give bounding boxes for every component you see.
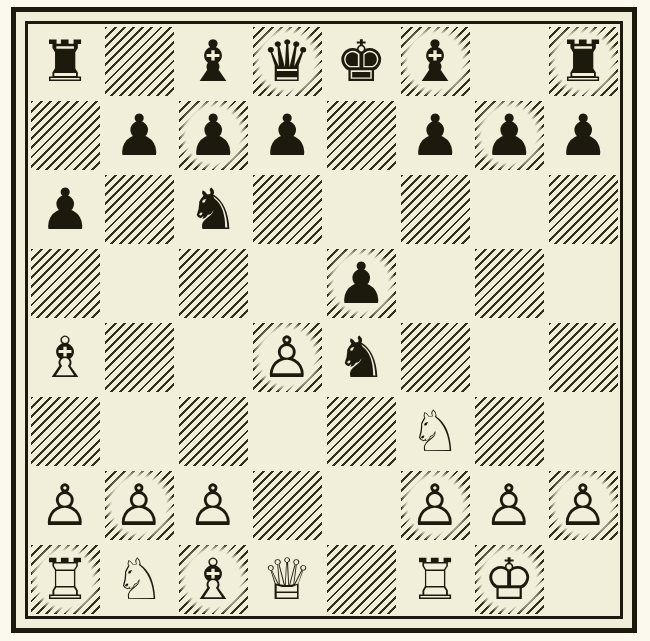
square-c4[interactable] [176,320,250,394]
square-d8[interactable]: ♛ [250,24,324,98]
piece-black-pawn[interactable]: ♟ [328,249,394,317]
square-f2[interactable]: ♙ [398,468,472,542]
square-d7[interactable]: ♟ [250,98,324,172]
piece-black-pawn[interactable]: ♟ [402,101,468,169]
square-e4[interactable]: ♞ [324,320,398,394]
square-a5[interactable] [28,246,102,320]
piece-white-queen[interactable]: ♕ [254,545,320,613]
square-c8[interactable]: ♝ [176,24,250,98]
square-f8[interactable]: ♝ [398,24,472,98]
piece-black-pawn[interactable]: ♟ [254,101,320,169]
square-f7[interactable]: ♟ [398,98,472,172]
piece-white-pawn[interactable]: ♙ [32,471,98,539]
piece-black-bishop[interactable]: ♝ [402,27,468,95]
piece-white-pawn[interactable]: ♙ [106,471,172,539]
square-g8[interactable] [472,24,546,98]
piece-white-bishop[interactable]: ♗ [32,323,98,391]
square-b5[interactable] [102,246,176,320]
square-a7[interactable] [28,98,102,172]
square-b4[interactable] [102,320,176,394]
piece-black-queen[interactable]: ♛ [254,27,320,95]
square-g3[interactable] [472,394,546,468]
square-a1[interactable]: ♖ [28,542,102,616]
piece-white-knight[interactable]: ♘ [106,545,172,613]
square-f3[interactable]: ♘ [398,394,472,468]
square-e8[interactable]: ♚ [324,24,398,98]
square-g4[interactable] [472,320,546,394]
board-outer-frame: ♜♝♛♚♝♜♟♟♟♟♟♟♟♞♟♗♙♞♘♙♙♙♙♙♙♖♘♗♕♖♔ [11,7,637,633]
piece-white-pawn[interactable]: ♙ [476,471,542,539]
piece-black-rook[interactable]: ♜ [550,27,616,95]
piece-black-pawn[interactable]: ♟ [32,175,98,243]
piece-white-king[interactable]: ♔ [476,545,542,613]
piece-white-pawn[interactable]: ♙ [550,471,616,539]
square-b1[interactable]: ♘ [102,542,176,616]
square-b8[interactable] [102,24,176,98]
piece-black-pawn[interactable]: ♟ [180,101,246,169]
square-b7[interactable]: ♟ [102,98,176,172]
piece-white-bishop[interactable]: ♗ [180,545,246,613]
square-d1[interactable]: ♕ [250,542,324,616]
square-e2[interactable] [324,468,398,542]
piece-black-knight[interactable]: ♞ [328,323,394,391]
square-h5[interactable] [546,246,620,320]
piece-white-rook[interactable]: ♖ [402,545,468,613]
square-b2[interactable]: ♙ [102,468,176,542]
board-inner-frame: ♜♝♛♚♝♜♟♟♟♟♟♟♟♞♟♗♙♞♘♙♙♙♙♙♙♖♘♗♕♖♔ [25,21,623,619]
square-d5[interactable] [250,246,324,320]
square-f1[interactable]: ♖ [398,542,472,616]
piece-white-pawn[interactable]: ♙ [180,471,246,539]
square-c3[interactable] [176,394,250,468]
piece-white-pawn[interactable]: ♙ [254,323,320,391]
square-d6[interactable] [250,172,324,246]
square-e6[interactable] [324,172,398,246]
square-h2[interactable]: ♙ [546,468,620,542]
piece-white-pawn[interactable]: ♙ [402,471,468,539]
square-c2[interactable]: ♙ [176,468,250,542]
square-f6[interactable] [398,172,472,246]
square-h3[interactable] [546,394,620,468]
square-e3[interactable] [324,394,398,468]
square-b3[interactable] [102,394,176,468]
square-e7[interactable] [324,98,398,172]
square-a8[interactable]: ♜ [28,24,102,98]
page-background: ♜♝♛♚♝♜♟♟♟♟♟♟♟♞♟♗♙♞♘♙♙♙♙♙♙♖♘♗♕♖♔ [0,0,650,641]
piece-black-pawn[interactable]: ♟ [106,101,172,169]
square-g5[interactable] [472,246,546,320]
square-a4[interactable]: ♗ [28,320,102,394]
square-h7[interactable]: ♟ [546,98,620,172]
square-h8[interactable]: ♜ [546,24,620,98]
piece-black-pawn[interactable]: ♟ [476,101,542,169]
piece-black-rook[interactable]: ♜ [32,27,98,95]
square-h6[interactable] [546,172,620,246]
piece-white-knight[interactable]: ♘ [402,397,468,465]
piece-white-rook[interactable]: ♖ [32,545,98,613]
piece-black-bishop[interactable]: ♝ [180,27,246,95]
square-d2[interactable] [250,468,324,542]
square-c5[interactable] [176,246,250,320]
chess-board: ♜♝♛♚♝♜♟♟♟♟♟♟♟♞♟♗♙♞♘♙♙♙♙♙♙♖♘♗♕♖♔ [28,24,620,616]
square-g1[interactable]: ♔ [472,542,546,616]
square-a3[interactable] [28,394,102,468]
square-h1[interactable] [546,542,620,616]
square-g7[interactable]: ♟ [472,98,546,172]
square-f5[interactable] [398,246,472,320]
square-b6[interactable] [102,172,176,246]
square-d4[interactable]: ♙ [250,320,324,394]
piece-black-king[interactable]: ♚ [328,27,394,95]
square-c1[interactable]: ♗ [176,542,250,616]
square-f4[interactable] [398,320,472,394]
square-c7[interactable]: ♟ [176,98,250,172]
square-d3[interactable] [250,394,324,468]
square-h4[interactable] [546,320,620,394]
square-e1[interactable] [324,542,398,616]
square-a6[interactable]: ♟ [28,172,102,246]
square-c6[interactable]: ♞ [176,172,250,246]
square-g6[interactable] [472,172,546,246]
piece-black-knight[interactable]: ♞ [180,175,246,243]
piece-black-pawn[interactable]: ♟ [550,101,616,169]
square-a2[interactable]: ♙ [28,468,102,542]
square-e5[interactable]: ♟ [324,246,398,320]
square-g2[interactable]: ♙ [472,468,546,542]
